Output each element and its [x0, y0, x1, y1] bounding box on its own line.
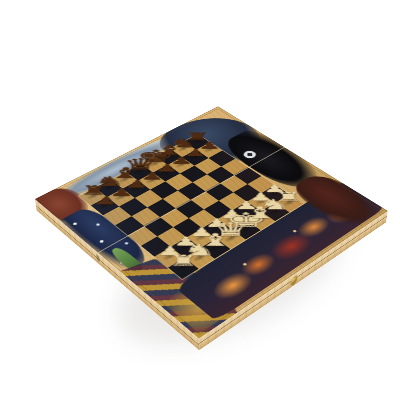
- board-top-face: [35, 106, 388, 338]
- piece-contact-shadow: [238, 204, 257, 216]
- square-a6: [103, 206, 132, 225]
- square-e2: [218, 210, 247, 229]
- piece-contact-shadow: [190, 250, 210, 263]
- square-e1: [231, 220, 260, 239]
- hinge-gap-notch: [96, 254, 100, 262]
- square-b1: [184, 248, 214, 269]
- piece-contact-shadow: [208, 221, 227, 233]
- piece-contact-shadow: [174, 260, 194, 274]
- artwork-smoke-ring: [241, 149, 259, 160]
- square-f1: [246, 211, 275, 230]
- square-d1: [216, 229, 246, 249]
- piece-contact-shadow: [223, 213, 242, 225]
- square-g1: [261, 203, 290, 221]
- square-c4: [160, 208, 189, 227]
- square-a4: [128, 226, 157, 246]
- piece-contact-shadow: [160, 249, 180, 262]
- square-b2: [171, 237, 201, 257]
- square-a2: [154, 247, 184, 268]
- piece-contact-shadow: [206, 241, 226, 254]
- artwork-maroon-buildings: [288, 170, 384, 231]
- square-a3: [141, 236, 171, 256]
- square-b4: [144, 217, 173, 236]
- square-a5: [115, 216, 144, 235]
- checkerboard: [79, 134, 303, 279]
- piece-contact-shadow: [252, 214, 271, 226]
- square-b3: [157, 227, 186, 247]
- square-d2: [202, 219, 231, 238]
- square-c1: [201, 238, 231, 258]
- square-c2: [187, 228, 216, 248]
- square-c3: [173, 218, 202, 237]
- square-d3: [189, 209, 218, 228]
- square-a1: [168, 258, 199, 279]
- square-b5: [131, 207, 160, 226]
- piece-contact-shadow: [222, 232, 241, 245]
- piece-contact-shadow: [176, 240, 196, 253]
- piece-contact-shadow: [266, 205, 285, 217]
- product-photo-stage: ♜♞♝♛♚♝♞♜♟♟♟♟♟♟♟♟♟♟♟♟♟♟♟♟♜♞♝♛♚♝♞♜: [0, 0, 400, 400]
- piece-contact-shadow: [192, 231, 212, 244]
- chess-board-box: ♜♞♝♛♚♝♞♜♟♟♟♟♟♟♟♟♟♟♟♟♟♟♟♟♜♞♝♛♚♝♞♜: [35, 106, 388, 338]
- piece-contact-shadow: [237, 222, 256, 234]
